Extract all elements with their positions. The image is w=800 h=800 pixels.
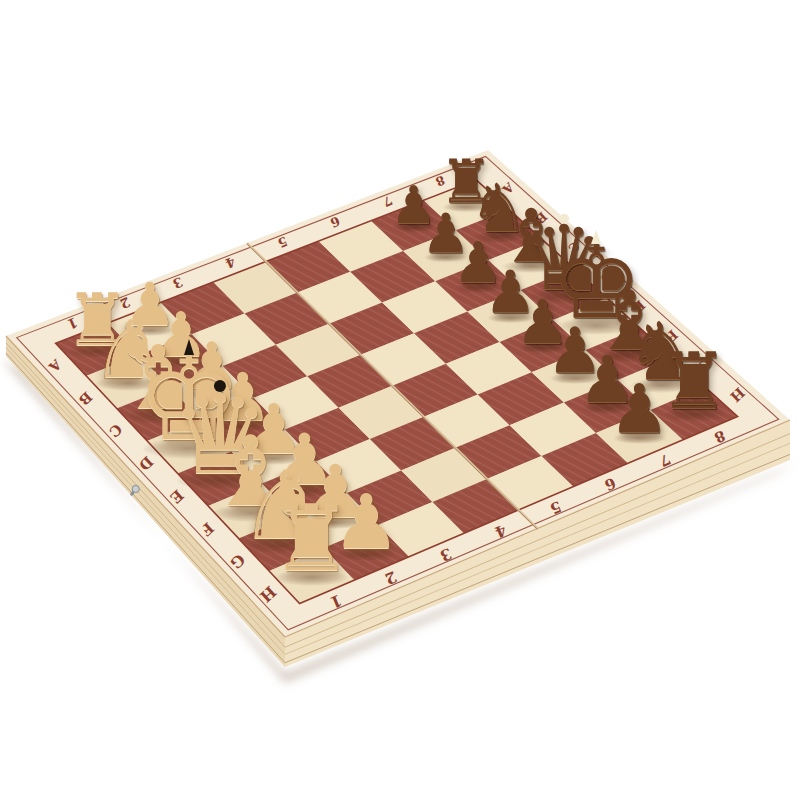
latch-pin: [132, 485, 139, 492]
chess-set-photo: AA11BB22CC33DD44EE55FF66GG77HH88 ♜♟♞♟♝♟♛…: [0, 0, 800, 800]
chess-board: AA11BB22CC33DD44EE55FF66GG77HH88: [0, 0, 800, 800]
